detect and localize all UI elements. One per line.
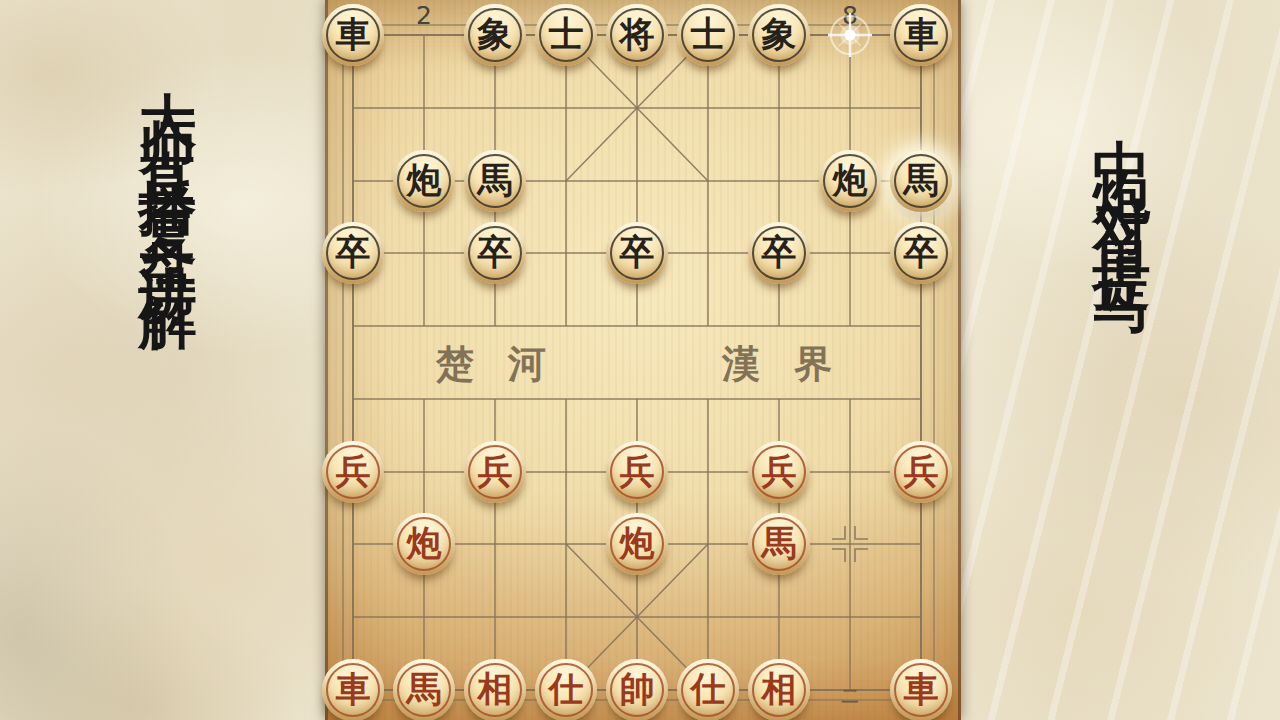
piece-character: 兵 [336,453,371,488]
piece-red-cannon[interactable]: 炮 [393,513,455,575]
piece-black-soldier[interactable]: 卒 [748,222,810,284]
piece-black-soldier[interactable]: 卒 [606,222,668,284]
piece-character: 兵 [620,453,655,488]
piece-character: 卒 [478,234,513,269]
file-label-top-2: 2 [402,1,446,30]
piece-character: 象 [478,16,513,51]
piece-character: 将 [620,16,655,51]
piece-character: 炮 [833,162,868,197]
piece-black-chariot[interactable]: 車 [890,4,952,66]
piece-red-elephant[interactable]: 相 [464,659,526,720]
left-caption: 大师直播复盘讲解 [139,45,197,277]
piece-character: 卒 [336,234,371,269]
piece-black-advisor[interactable]: 士 [677,4,739,66]
video-frame: 大师直播复盘讲解 中炮对单提马 楚河 漢界 車 象 士 将 士 象 車 炮 [0,0,1280,720]
piece-red-advisor[interactable]: 仕 [535,659,597,720]
piece-character: 相 [762,671,797,706]
piece-character: 車 [904,16,939,51]
piece-character: 馬 [478,162,513,197]
piece-character: 士 [549,16,584,51]
file-label-bottom: 二 [828,685,872,708]
piece-black-soldier[interactable]: 卒 [464,222,526,284]
piece-black-horse[interactable]: 馬 [464,150,526,212]
piece-black-elephant[interactable]: 象 [464,4,526,66]
piece-character: 帥 [620,671,655,706]
file-label-top-8: 8 [828,1,872,30]
piece-red-soldier[interactable]: 兵 [606,441,668,503]
piece-character: 仕 [691,671,726,706]
piece-black-chariot[interactable]: 車 [322,4,384,66]
piece-character: 兵 [762,453,797,488]
river-label-hanjie: 漢界 [677,341,877,387]
piece-red-soldier[interactable]: 兵 [464,441,526,503]
piece-character: 卒 [904,234,939,269]
piece-character: 車 [336,671,371,706]
piece-character: 車 [336,16,371,51]
piece-character: 兵 [478,453,513,488]
piece-character: 兵 [904,453,939,488]
piece-black-advisor[interactable]: 士 [535,4,597,66]
piece-black-elephant[interactable]: 象 [748,4,810,66]
piece-character: 車 [904,671,939,706]
piece-red-advisor[interactable]: 仕 [677,659,739,720]
piece-black-cannon[interactable]: 炮 [819,150,881,212]
river-label-chuhe: 楚河 [391,341,591,387]
piece-red-soldier[interactable]: 兵 [890,441,952,503]
piece-character: 卒 [620,234,655,269]
piece-character: 象 [762,16,797,51]
piece-black-soldier[interactable]: 卒 [890,222,952,284]
piece-character: 士 [691,16,726,51]
piece-character: 相 [478,671,513,706]
piece-character: 卒 [762,234,797,269]
piece-red-horse[interactable]: 馬 [748,513,810,575]
piece-character: 炮 [407,525,442,560]
piece-red-chariot[interactable]: 車 [322,659,384,720]
piece-black-horse[interactable]: 馬 [890,150,952,212]
piece-red-soldier[interactable]: 兵 [748,441,810,503]
piece-character: 馬 [407,671,442,706]
piece-red-horse[interactable]: 馬 [393,659,455,720]
piece-black-soldier[interactable]: 卒 [322,222,384,284]
piece-black-general[interactable]: 将 [606,4,668,66]
piece-character: 仕 [549,671,584,706]
piece-red-elephant[interactable]: 相 [748,659,810,720]
piece-character: 馬 [762,525,797,560]
piece-red-general[interactable]: 帥 [606,659,668,720]
right-caption: 中炮对单提马 [1093,92,1151,266]
piece-character: 炮 [407,162,442,197]
piece-red-chariot[interactable]: 車 [890,659,952,720]
piece-black-cannon[interactable]: 炮 [393,150,455,212]
xiangqi-board[interactable]: 楚河 漢界 車 象 士 将 士 象 車 炮 馬 [325,0,961,720]
piece-red-cannon[interactable]: 炮 [606,513,668,575]
piece-red-soldier[interactable]: 兵 [322,441,384,503]
piece-character: 馬 [904,162,939,197]
piece-character: 炮 [620,525,655,560]
